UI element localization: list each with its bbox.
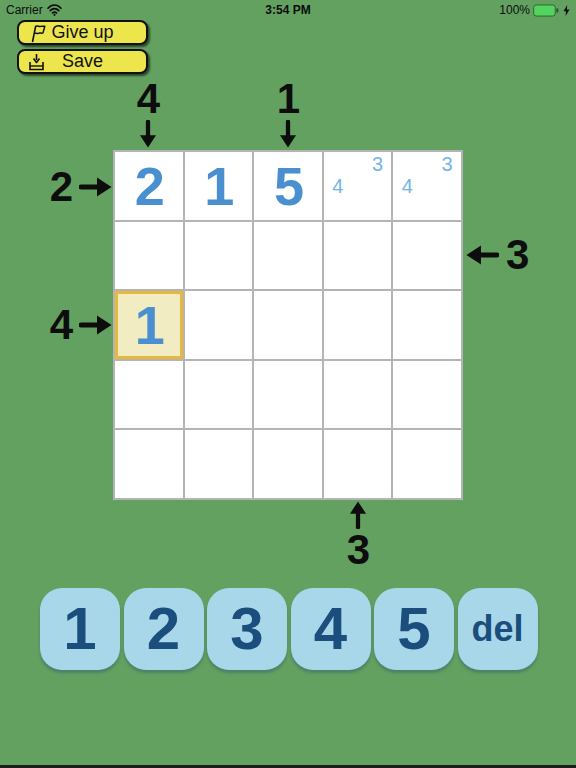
cell-digit: 5 xyxy=(274,159,302,213)
grid-cell-r5c2[interactable] xyxy=(185,430,253,498)
clue-value: 4 xyxy=(50,304,72,346)
pencil-marks: 34 xyxy=(328,153,388,219)
pencil-mark-4: 4 xyxy=(328,175,348,197)
battery-icon xyxy=(533,4,560,17)
grid-cell-r5c1[interactable] xyxy=(115,430,183,498)
grid-cell-r3c4[interactable] xyxy=(324,291,392,359)
carrier-label: Carrier xyxy=(6,3,43,17)
clue-value: 3 xyxy=(347,529,369,571)
grid-cell-r4c4[interactable] xyxy=(324,361,392,429)
arrow-left-icon xyxy=(466,242,499,268)
arrow-right-icon xyxy=(79,312,112,338)
grid-cell-r2c5[interactable] xyxy=(393,222,461,290)
key-3[interactable]: 3 xyxy=(207,588,287,670)
pencil-mark-3: 3 xyxy=(437,153,457,175)
grid-cell-r5c4[interactable] xyxy=(324,430,392,498)
clue-right-row2: 3 xyxy=(466,234,540,276)
arrow-down-icon xyxy=(275,120,301,148)
arrow-up-icon xyxy=(345,501,371,529)
pencil-mark-4: 4 xyxy=(397,175,417,197)
grid-cell-r3c5[interactable] xyxy=(393,291,461,359)
status-bar: Carrier 3:54 PM 100% xyxy=(0,0,576,20)
cell-digit: 2 xyxy=(135,159,163,213)
clue-top-col1: 4 xyxy=(118,78,178,148)
app-screen: Carrier 3:54 PM 100% xyxy=(0,0,576,768)
clock: 3:54 PM xyxy=(0,3,576,17)
flag-icon xyxy=(28,23,46,42)
key-2[interactable]: 2 xyxy=(124,588,204,670)
cell-digit: 1 xyxy=(135,298,163,352)
key-4[interactable]: 4 xyxy=(291,588,371,670)
battery-percent: 100% xyxy=(499,3,530,17)
save-icon xyxy=(28,53,45,71)
grid-cell-r1c4[interactable]: 34 xyxy=(324,152,392,220)
grid-cell-r5c3[interactable] xyxy=(254,430,322,498)
grid-cell-r3c3[interactable] xyxy=(254,291,322,359)
grid-cell-r1c3[interactable]: 5 xyxy=(254,152,322,220)
grid-cell-r4c1[interactable] xyxy=(115,361,183,429)
clue-value: 1 xyxy=(277,78,299,120)
key-1[interactable]: 1 xyxy=(40,588,120,670)
cell-digit: 1 xyxy=(204,159,232,213)
grid-cell-r4c2[interactable] xyxy=(185,361,253,429)
clue-value: 3 xyxy=(506,234,528,276)
clue-left-row1: 2 xyxy=(38,166,112,208)
grid-cell-r2c3[interactable] xyxy=(254,222,322,290)
grid-cell-r2c2[interactable] xyxy=(185,222,253,290)
key-5[interactable]: 5 xyxy=(374,588,454,670)
grid-cell-r2c1[interactable] xyxy=(115,222,183,290)
arrow-down-icon xyxy=(135,120,161,148)
wifi-icon xyxy=(47,4,62,16)
charging-bolt-icon xyxy=(563,5,570,16)
grid-cell-r1c5[interactable]: 34 xyxy=(393,152,461,220)
key-delete[interactable]: del xyxy=(458,588,538,670)
arrow-right-icon xyxy=(79,174,112,200)
clue-value: 4 xyxy=(137,78,159,120)
puzzle-grid: 21534341 xyxy=(113,150,463,500)
grid-cell-r1c2[interactable]: 1 xyxy=(185,152,253,220)
save-button[interactable]: Save xyxy=(17,49,148,74)
grid-cell-r3c1[interactable]: 1 xyxy=(115,291,183,359)
clue-value: 2 xyxy=(50,166,72,208)
clue-left-row3: 4 xyxy=(38,304,112,346)
grid-cell-r5c5[interactable] xyxy=(393,430,461,498)
grid-cell-r1c1[interactable]: 2 xyxy=(115,152,183,220)
grid-cell-r2c4[interactable] xyxy=(324,222,392,290)
pencil-marks: 34 xyxy=(397,153,457,219)
status-right: 100% xyxy=(499,3,570,17)
clue-top-col3: 1 xyxy=(258,78,318,148)
grid-cell-r4c5[interactable] xyxy=(393,361,461,429)
clue-bottom-col4: 3 xyxy=(328,501,388,571)
keypad: 12345del xyxy=(40,588,538,670)
grid-cell-r4c3[interactable] xyxy=(254,361,322,429)
give-up-label: Give up xyxy=(51,22,113,43)
grid-cell-r3c2[interactable] xyxy=(185,291,253,359)
save-label: Save xyxy=(62,51,103,72)
give-up-button[interactable]: Give up xyxy=(17,20,148,45)
status-left: Carrier xyxy=(6,3,62,17)
pencil-mark-3: 3 xyxy=(368,153,388,175)
